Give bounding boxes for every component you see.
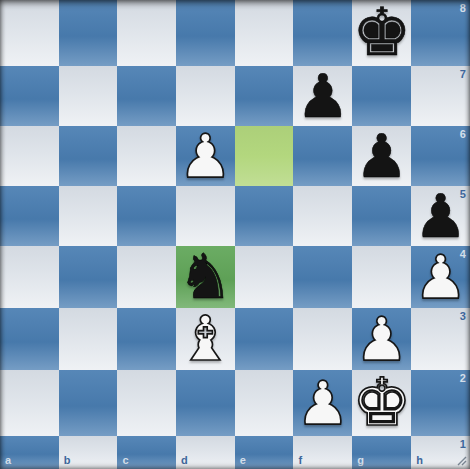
square-b7[interactable] [59, 66, 118, 126]
board-resize-handle-icon[interactable] [456, 455, 468, 467]
square-g4[interactable] [352, 246, 411, 308]
rank-label-1: 1 [460, 439, 466, 450]
square-e6[interactable] [235, 126, 294, 186]
square-h4[interactable]: 4♟ [411, 246, 470, 308]
square-d3[interactable]: ♝ [176, 308, 235, 370]
square-a3[interactable] [0, 308, 59, 370]
square-h5[interactable]: 5♟ [411, 186, 470, 246]
rank-label-2: 2 [460, 373, 466, 384]
square-d8[interactable] [176, 0, 235, 66]
file-label-e: e [240, 455, 246, 466]
square-h6[interactable]: 6 [411, 126, 470, 186]
square-g3[interactable]: ♟ [352, 308, 411, 370]
square-f8[interactable] [293, 0, 352, 66]
square-f3[interactable] [293, 308, 352, 370]
square-e3[interactable] [235, 308, 294, 370]
square-d5[interactable] [176, 186, 235, 246]
square-a6[interactable] [0, 126, 59, 186]
square-d4[interactable]: ♞ [176, 246, 235, 308]
square-c2[interactable] [117, 370, 176, 436]
square-b4[interactable] [59, 246, 118, 308]
square-h8[interactable]: 8 [411, 0, 470, 66]
rank-label-7: 7 [460, 69, 466, 80]
square-c1[interactable]: c [117, 436, 176, 469]
black-pawn[interactable]: ♟ [414, 186, 468, 246]
square-d1[interactable]: d [176, 436, 235, 469]
square-a7[interactable] [0, 66, 59, 126]
square-d2[interactable] [176, 370, 235, 436]
chess-app: ♚8♟7♟♟65♟♞4♟♝♟3♟♚2abcdefg1h [0, 0, 470, 469]
square-g8[interactable]: ♚ [352, 0, 411, 66]
square-c5[interactable] [117, 186, 176, 246]
square-b2[interactable] [59, 370, 118, 436]
square-a5[interactable] [0, 186, 59, 246]
white-bishop[interactable]: ♝ [178, 308, 234, 370]
file-label-g: g [357, 455, 364, 466]
black-knight[interactable]: ♞ [178, 246, 234, 308]
square-h2[interactable]: 2 [411, 370, 470, 436]
square-c4[interactable] [117, 246, 176, 308]
square-e8[interactable] [235, 0, 294, 66]
square-f2[interactable]: ♟ [293, 370, 352, 436]
file-label-f: f [298, 455, 302, 466]
square-e7[interactable] [235, 66, 294, 126]
square-e4[interactable] [235, 246, 294, 308]
chess-board: ♚8♟7♟♟65♟♞4♟♝♟3♟♚2abcdefg1h [0, 0, 470, 469]
square-b8[interactable] [59, 0, 118, 66]
file-label-c: c [122, 455, 128, 466]
square-a8[interactable] [0, 0, 59, 66]
file-label-d: d [181, 455, 188, 466]
square-e5[interactable] [235, 186, 294, 246]
square-h7[interactable]: 7 [411, 66, 470, 126]
square-a4[interactable] [0, 246, 59, 308]
black-pawn[interactable]: ♟ [355, 126, 409, 186]
square-d6[interactable]: ♟ [176, 126, 235, 186]
file-label-h: h [416, 455, 423, 466]
black-pawn[interactable]: ♟ [296, 66, 350, 126]
square-g7[interactable] [352, 66, 411, 126]
square-b6[interactable] [59, 126, 118, 186]
square-c7[interactable] [117, 66, 176, 126]
black-king[interactable]: ♚ [352, 0, 411, 66]
white-pawn[interactable]: ♟ [296, 373, 350, 433]
white-king[interactable]: ♚ [352, 370, 411, 436]
file-label-a: a [5, 455, 11, 466]
square-d7[interactable] [176, 66, 235, 126]
square-e1[interactable]: e [235, 436, 294, 469]
square-b1[interactable]: b [59, 436, 118, 469]
square-g6[interactable]: ♟ [352, 126, 411, 186]
square-c6[interactable] [117, 126, 176, 186]
rank-label-8: 8 [460, 3, 466, 14]
square-h1[interactable]: 1h [411, 436, 470, 469]
file-label-b: b [64, 455, 71, 466]
white-pawn[interactable]: ♟ [414, 247, 468, 307]
white-pawn[interactable]: ♟ [355, 309, 409, 369]
square-c8[interactable] [117, 0, 176, 66]
square-a2[interactable] [0, 370, 59, 436]
square-g2[interactable]: ♚ [352, 370, 411, 436]
square-f7[interactable]: ♟ [293, 66, 352, 126]
square-a1[interactable]: a [0, 436, 59, 469]
square-b5[interactable] [59, 186, 118, 246]
square-g5[interactable] [352, 186, 411, 246]
square-b3[interactable] [59, 308, 118, 370]
rank-label-6: 6 [460, 129, 466, 140]
square-f4[interactable] [293, 246, 352, 308]
square-f5[interactable] [293, 186, 352, 246]
rank-label-3: 3 [460, 311, 466, 322]
square-f1[interactable]: f [293, 436, 352, 469]
square-c3[interactable] [117, 308, 176, 370]
white-pawn[interactable]: ♟ [179, 126, 233, 186]
square-e2[interactable] [235, 370, 294, 436]
square-h3[interactable]: 3 [411, 308, 470, 370]
square-f6[interactable] [293, 126, 352, 186]
